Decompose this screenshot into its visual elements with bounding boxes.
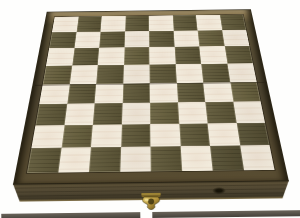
square-d5 xyxy=(123,64,150,83)
square-b8 xyxy=(76,16,102,32)
wood-knot xyxy=(212,187,226,194)
square-c7 xyxy=(99,31,125,48)
square-e5 xyxy=(149,64,176,83)
square-h1 xyxy=(240,145,275,170)
square-f6 xyxy=(174,47,201,65)
square-h5 xyxy=(227,63,257,82)
square-e6 xyxy=(149,47,175,65)
square-e2 xyxy=(150,124,180,147)
square-d4 xyxy=(122,83,150,103)
square-h4 xyxy=(230,82,261,102)
square-g4 xyxy=(203,82,233,102)
board-frame xyxy=(13,9,289,184)
square-a1 xyxy=(27,148,61,173)
brass-clasp-icon xyxy=(140,193,162,211)
chess-box xyxy=(0,0,300,218)
square-b6 xyxy=(72,48,99,66)
square-c2 xyxy=(91,124,122,147)
square-g2 xyxy=(208,123,240,146)
square-e7 xyxy=(149,31,174,48)
square-g8 xyxy=(196,15,222,31)
square-f1 xyxy=(180,146,212,171)
square-c8 xyxy=(101,16,126,32)
square-c1 xyxy=(89,147,121,172)
square-h8 xyxy=(219,15,246,31)
square-f5 xyxy=(175,64,203,83)
square-c5 xyxy=(96,65,123,84)
square-c6 xyxy=(98,47,124,65)
square-d8 xyxy=(125,16,149,32)
square-h3 xyxy=(233,101,265,123)
photo-edge-band-left xyxy=(1,212,140,218)
square-e4 xyxy=(150,83,178,103)
photo-edge-band-right xyxy=(152,210,300,218)
square-h2 xyxy=(236,123,269,146)
square-f2 xyxy=(179,123,210,146)
square-b5 xyxy=(69,65,97,84)
square-b3 xyxy=(64,103,94,125)
chess-board xyxy=(27,15,275,173)
square-e3 xyxy=(150,102,179,124)
square-d1 xyxy=(120,147,151,172)
square-g6 xyxy=(199,46,227,64)
square-g1 xyxy=(210,146,244,171)
square-a7 xyxy=(49,32,76,49)
square-f3 xyxy=(178,102,208,124)
square-a3 xyxy=(35,104,66,126)
photo-stage xyxy=(0,0,300,218)
board-top-surface xyxy=(13,9,289,184)
square-a2 xyxy=(31,125,64,148)
square-b7 xyxy=(74,32,100,49)
square-a6 xyxy=(46,48,74,66)
square-g5 xyxy=(201,64,230,83)
square-a4 xyxy=(39,84,69,104)
square-c4 xyxy=(95,83,123,103)
square-h6 xyxy=(224,46,253,64)
square-d7 xyxy=(124,31,149,48)
square-h7 xyxy=(222,30,250,47)
square-b1 xyxy=(58,148,91,173)
square-e1 xyxy=(150,146,181,171)
square-b4 xyxy=(67,84,96,104)
square-f8 xyxy=(172,15,197,31)
square-c3 xyxy=(93,103,122,125)
square-f4 xyxy=(176,82,205,102)
square-d2 xyxy=(121,124,151,147)
square-g3 xyxy=(205,102,236,124)
square-d3 xyxy=(121,103,150,125)
square-f7 xyxy=(173,30,199,47)
square-d6 xyxy=(124,47,150,65)
square-a8 xyxy=(52,17,78,33)
square-a5 xyxy=(43,65,72,84)
square-g7 xyxy=(198,30,225,47)
square-b2 xyxy=(61,125,93,148)
square-e8 xyxy=(149,15,173,31)
